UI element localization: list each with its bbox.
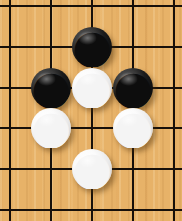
grid-line-horizontal: [0, 5, 182, 7]
white-stone[interactable]: ●: [31, 108, 71, 148]
black-stone[interactable]: ●: [31, 68, 71, 108]
white-stone-glyph: ●: [72, 68, 112, 108]
black-stone-glyph: ●: [72, 27, 112, 67]
grid-line-horizontal: [0, 209, 182, 211]
black-stone-glyph: ●: [113, 68, 153, 108]
white-stone-glyph: ●: [72, 149, 112, 189]
grid-line-horizontal: [0, 127, 182, 129]
grid-line-vertical: [173, 0, 175, 221]
white-stone-glyph: ●: [31, 108, 71, 148]
white-stone-glyph: ●: [113, 108, 153, 148]
go-board[interactable]: ●●●●●●●: [0, 0, 182, 221]
black-stone[interactable]: ●: [113, 68, 153, 108]
white-stone[interactable]: ●: [72, 149, 112, 189]
black-stone[interactable]: ●: [72, 27, 112, 67]
black-stone-glyph: ●: [31, 68, 71, 108]
white-stone[interactable]: ●: [113, 108, 153, 148]
grid-line-vertical: [9, 0, 11, 221]
white-stone[interactable]: ●: [72, 68, 112, 108]
